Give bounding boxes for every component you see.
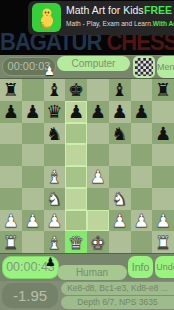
square-a5[interactable] [0,144,22,166]
square-a1[interactable]: ♜ [0,231,22,253]
white-pawn-c2: ♟ [46,210,62,231]
square-e7[interactable]: ♟ [87,101,109,123]
square-c5[interactable] [44,144,66,166]
square-f2[interactable]: ♟ [109,210,131,232]
square-d6[interactable] [65,123,87,145]
square-f7[interactable]: ♟ [109,101,131,123]
white-rook-h1: ♜ [155,232,171,253]
white-bishop-c1: ♝ [46,232,62,253]
menu-button[interactable]: Menu [157,56,174,78]
square-f4[interactable] [109,166,131,188]
square-g7[interactable]: ♟ [131,101,153,123]
black-pawn-h6: ♟ [155,123,171,144]
black-knight-f6: ♞ [112,123,128,144]
black-pawn-d7: ♟ [68,101,84,122]
black-pawn-e7: ♟ [90,101,106,122]
square-d7[interactable]: ♟ [65,101,87,123]
square-g8[interactable] [131,79,153,101]
info-button[interactable]: Info [128,256,153,278]
square-f3[interactable]: ♞ [109,188,131,210]
black-bishop-f8: ♝ [112,79,128,100]
white-king-e1: ♚ [90,232,106,253]
ad-free-badge: FREE [144,4,172,16]
square-f5[interactable] [109,144,131,166]
human-player-button[interactable]: Human [57,265,127,280]
white-pawn-b2: ♟ [25,210,41,231]
square-c8[interactable]: ♝ [44,79,66,101]
square-g1[interactable] [131,231,153,253]
square-g4[interactable] [131,166,153,188]
black-rook-a8: ♜ [3,79,19,100]
board-thumbnail-icon[interactable] [133,56,155,78]
square-h8[interactable]: ♜ [152,79,174,101]
square-e4[interactable]: ♟ [87,166,109,188]
black-queen-c7: ♛ [46,101,62,122]
square-a8[interactable]: ♜ [0,79,22,101]
black-pawn-icon: ♟ [45,256,56,268]
square-c1[interactable]: ♝ [44,231,66,253]
square-b5[interactable] [22,144,44,166]
square-b7[interactable]: ♟ [22,101,44,123]
white-pawn-h2: ♟ [155,210,171,231]
square-g5[interactable] [131,144,153,166]
white-pawn-g2: ♟ [133,210,149,231]
square-b3[interactable] [22,188,44,210]
square-b1[interactable] [22,231,44,253]
bottom-toolbar: 00:00:43 ♟ Human Info Undo [0,253,174,281]
ad-app-icon[interactable]: 5 [32,3,61,32]
white-pawn-a2: ♟ [3,210,19,231]
pv-line: Ke8-d8, Bc1-e3, Kd8-e8 ... [61,282,174,295]
square-c2[interactable]: ♟ [44,210,66,232]
undo-button[interactable]: Undo [155,256,174,278]
ad-text: Math Art for Kids FREE Math - Play, Exam… [66,2,172,27]
square-a7[interactable]: ♟ [0,101,22,123]
square-f1[interactable] [109,231,131,253]
black-knight-c6: ♞ [46,123,62,144]
black-pawn-g7: ♟ [133,101,149,122]
computer-player-button[interactable]: Computer [57,56,130,71]
square-g3[interactable] [131,188,153,210]
app-screen: BAGATUR CHESS 5 Math Art for Kids F [0,0,174,310]
square-f8[interactable]: ♝ [109,79,131,101]
square-c7[interactable]: ♛ [44,101,66,123]
ad-banner[interactable]: 5 Math Art for Kids FREE Math - Play, Ex… [28,1,174,35]
ad-withads-badge: With Ads [153,20,174,27]
black-king-d8: ♚ [68,79,84,100]
square-h6[interactable]: ♟ [152,123,174,145]
square-c6[interactable]: ♞ [44,123,66,145]
white-pawn-e4: ♟ [90,166,106,187]
square-b2[interactable]: ♟ [22,210,44,232]
white-knight-f3: ♞ [112,188,128,209]
square-g6[interactable] [131,123,153,145]
square-a3[interactable] [0,188,22,210]
square-d1[interactable]: ♛ [65,231,87,253]
ad-subtitle: Math - Play, Exam and Learn. [66,20,153,27]
square-b4[interactable] [22,166,44,188]
white-pawn-f2: ♟ [112,210,128,231]
engine-stats: Depth 6/7, NPS 3635 [61,296,174,309]
black-pawn-b7: ♟ [25,101,41,122]
white-knight-c3: ♞ [46,188,62,209]
black-rook-h8: ♜ [155,79,171,100]
chess-board: ♜♝♚♝♜♟♟♛♟♟♟♟♞♞♟♝♟♞♞♟♟♟♟♟♟♜♝♛♚♜ [0,79,174,253]
square-e5[interactable] [87,144,109,166]
evaluation-value: -1.95 [2,283,58,308]
square-e6[interactable] [87,123,109,145]
square-h2[interactable]: ♟ [152,210,174,232]
square-h1[interactable]: ♜ [152,231,174,253]
square-d5[interactable] [65,144,87,166]
header: BAGATUR CHESS 5 Math Art for Kids F [0,0,174,55]
square-d8[interactable]: ♚ [65,79,87,101]
svg-text:5: 5 [40,21,44,29]
square-h5[interactable] [152,144,174,166]
chick-icon: 5 [35,6,59,30]
square-e2[interactable] [87,210,109,232]
square-c3[interactable]: ♞ [44,188,66,210]
black-pawn-a7: ♟ [3,101,19,122]
engine-status-bar: -1.95 Ke8-d8, Bc1-e3, Kd8-e8 ... Depth 6… [0,281,174,310]
square-a4[interactable] [0,166,22,188]
white-pawn-icon: ♟ [44,65,55,77]
square-a2[interactable]: ♟ [0,210,22,232]
square-e8[interactable] [87,79,109,101]
square-d3[interactable] [65,188,87,210]
ad-title: Math Art for Kids [66,2,144,19]
square-h7[interactable] [152,101,174,123]
square-b8[interactable] [22,79,44,101]
square-f6[interactable]: ♞ [109,123,131,145]
square-h3[interactable] [152,188,174,210]
top-toolbar: 00:00:03 ♟ Computer Menu [0,55,174,79]
black-pawn-f7: ♟ [112,101,128,122]
square-h4[interactable] [152,166,174,188]
square-e3[interactable] [87,188,109,210]
white-bishop-c4: ♝ [46,166,62,187]
white-queen-d1: ♛ [68,232,84,253]
square-a6[interactable] [0,123,22,145]
square-d2[interactable] [65,210,87,232]
white-rook-a1: ♜ [3,232,19,253]
square-d4[interactable] [65,166,87,188]
square-e1[interactable]: ♚ [87,231,109,253]
black-bishop-c8: ♝ [46,79,62,100]
square-c4[interactable]: ♝ [44,166,66,188]
square-b6[interactable] [22,123,44,145]
square-g2[interactable]: ♟ [131,210,153,232]
